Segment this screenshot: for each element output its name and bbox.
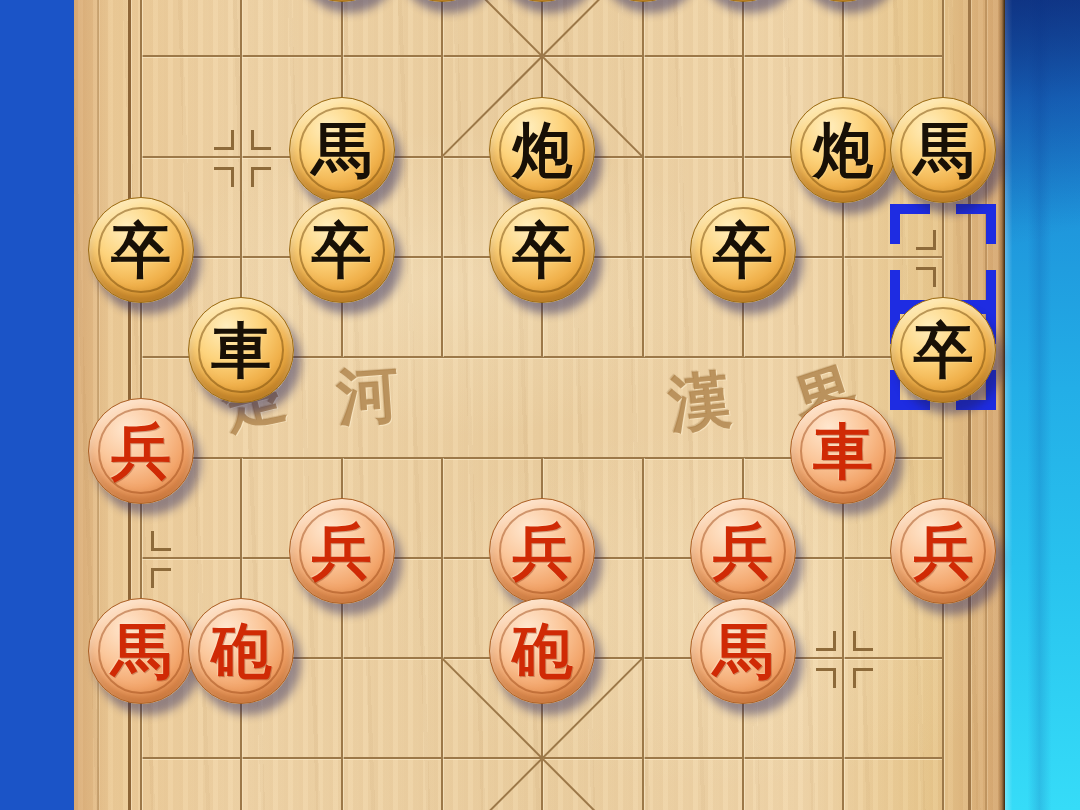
piece-character: 卒 (312, 220, 372, 280)
piece-black-soldier[interactable]: 卒 (690, 197, 796, 303)
last-move-marker-from (890, 204, 996, 310)
piece-character: 卒 (512, 220, 572, 280)
piece-red-soldier[interactable]: 兵 (489, 498, 595, 604)
xiangqi-game-screen: 楚 河 漢 界 馬炮炮馬卒卒卒卒車卒兵車兵兵兵兵馬砲砲馬 (0, 0, 1080, 810)
piece-character: 砲 (211, 621, 271, 681)
piece-character: 馬 (111, 621, 171, 681)
piece-character: 砲 (512, 621, 572, 681)
piece-black-soldier[interactable]: 卒 (489, 197, 595, 303)
piece-character: 兵 (913, 521, 973, 581)
piece-character: 兵 (111, 421, 171, 481)
piece-character: 車 (211, 320, 271, 380)
piece-black-soldier[interactable]: 卒 (88, 197, 194, 303)
piece-character: 馬 (312, 120, 372, 180)
piece-black-horse[interactable]: 馬 (890, 97, 996, 203)
last-move-bracket-corner (890, 204, 930, 244)
point-marker (151, 568, 171, 588)
piece-black-cannon[interactable]: 炮 (489, 97, 595, 203)
piece-character: 兵 (512, 521, 572, 581)
board-layer: 楚 河 漢 界 馬炮炮馬卒卒卒卒車卒兵車兵兵兵兵馬砲砲馬 (0, 0, 1080, 810)
piece-red-soldier[interactable]: 兵 (890, 498, 996, 604)
point-marker (853, 631, 873, 651)
piece-black-chariot[interactable]: 車 (188, 297, 294, 403)
piece-character: 馬 (913, 120, 973, 180)
piece-red-soldier[interactable]: 兵 (289, 498, 395, 604)
piece-character: 炮 (813, 120, 873, 180)
piece-red-horse[interactable]: 馬 (88, 598, 194, 704)
piece-black-soldier[interactable]: 卒 (890, 297, 996, 403)
point-marker (251, 167, 271, 187)
piece-red-soldier[interactable]: 兵 (690, 498, 796, 604)
point-marker (214, 130, 234, 150)
piece-character: 兵 (312, 521, 372, 581)
piece-red-cannon[interactable]: 砲 (188, 598, 294, 704)
piece-character: 卒 (111, 220, 171, 280)
piece-character: 卒 (713, 220, 773, 280)
point-marker (251, 130, 271, 150)
piece-character: 兵 (713, 521, 773, 581)
piece-red-cannon[interactable]: 砲 (489, 598, 595, 704)
point-marker (151, 531, 171, 551)
point-marker (816, 631, 836, 651)
last-move-bracket-corner (956, 204, 996, 244)
piece-character: 卒 (913, 320, 973, 380)
piece-character: 車 (813, 421, 873, 481)
piece-black-soldier[interactable]: 卒 (289, 197, 395, 303)
piece-red-chariot[interactable]: 車 (790, 398, 896, 504)
point-marker (853, 668, 873, 688)
point-marker (214, 167, 234, 187)
piece-character: 馬 (713, 621, 773, 681)
piece-black-cannon[interactable]: 炮 (790, 97, 896, 203)
piece-character: 炮 (512, 120, 572, 180)
piece-black-horse[interactable]: 馬 (289, 97, 395, 203)
piece-red-soldier[interactable]: 兵 (88, 398, 194, 504)
piece-red-horse[interactable]: 馬 (690, 598, 796, 704)
point-marker (816, 668, 836, 688)
